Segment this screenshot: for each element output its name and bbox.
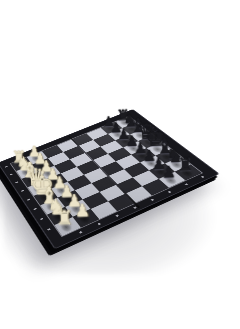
product-photo: ♜♞♝♛♚♝♞♜♟♟♟♟♟♟♟♟♟♟♟♟♟♟♟♟♜♞♝♛♚♝♞♜ <box>0 0 240 329</box>
square-e5 <box>100 161 124 176</box>
white-rook: ♜ <box>45 208 82 229</box>
black-pawn: ♟ <box>151 164 186 181</box>
